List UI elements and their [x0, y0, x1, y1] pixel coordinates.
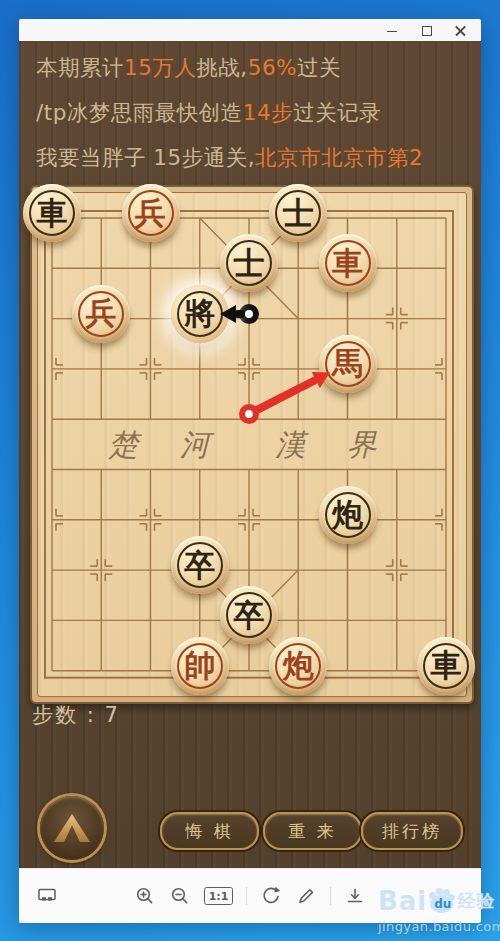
- piece-炮-black[interactable]: 炮: [319, 486, 377, 544]
- banner-segment: 56%: [248, 55, 297, 80]
- close-icon[interactable]: [454, 24, 467, 37]
- piece-glyph: 車: [332, 248, 363, 279]
- xiangqi-board[interactable]: 楚 河 漢 界 車兵士士車兵將馬炮卒卒帥炮車: [30, 185, 474, 704]
- zoom-out-icon[interactable]: [169, 885, 191, 907]
- piece-士-black[interactable]: 士: [220, 234, 278, 292]
- piece-車-black[interactable]: 車: [417, 637, 475, 695]
- upgrade-button[interactable]: [40, 796, 104, 860]
- challenge-banner: 本期累计15万人挑战,56%过关/tp冰梦思雨最快创造14步过关记录我要当胖子 …: [36, 45, 473, 180]
- piece-glyph: 卒: [234, 600, 265, 631]
- game-screen: 本期累计15万人挑战,56%过关/tp冰梦思雨最快创造14步过关记录我要当胖子 …: [19, 41, 481, 868]
- banner-segment: 14步: [243, 100, 293, 125]
- banner-segment: 过关记录: [293, 100, 381, 125]
- piece-glyph: 炮: [332, 499, 363, 530]
- minimize-icon[interactable]: [386, 24, 399, 37]
- banner-segment: 挑战,: [196, 55, 247, 80]
- piece-layer: 車兵士士車兵將馬炮卒卒帥炮車: [32, 187, 472, 702]
- piece-glyph: 車: [37, 198, 68, 229]
- download-icon[interactable]: [344, 885, 366, 907]
- actual-size-icon[interactable]: 1:1: [204, 887, 233, 905]
- piece-士-black[interactable]: 士: [269, 184, 327, 242]
- viewer-toolbar: 1:1: [19, 868, 481, 923]
- piece-glyph: 將: [184, 298, 215, 329]
- piece-glyph: 帥: [184, 650, 215, 681]
- banner-segment: 本期累计: [36, 55, 124, 80]
- piece-glyph: 兵: [86, 298, 117, 329]
- piece-glyph: 兵: [135, 198, 166, 229]
- piece-兵-red[interactable]: 兵: [122, 184, 180, 242]
- zoom-in-icon[interactable]: [134, 885, 156, 907]
- banner-line: /tp冰梦思雨最快创造14步过关记录: [36, 90, 473, 135]
- piece-車-black[interactable]: 車: [23, 184, 81, 242]
- piece-glyph: 士: [283, 198, 314, 229]
- piece-glyph: 炮: [283, 650, 314, 681]
- piece-卒-black[interactable]: 卒: [171, 536, 229, 594]
- banner-line: 我要当胖子 15步通关,北京市北京市第2: [36, 135, 473, 180]
- piece-glyph: 士: [234, 248, 265, 279]
- piece-卒-black[interactable]: 卒: [220, 586, 278, 644]
- piece-將-black[interactable]: 將: [171, 285, 229, 343]
- maximize-icon[interactable]: [420, 24, 433, 37]
- piece-glyph: 車: [431, 650, 462, 681]
- rotate-icon[interactable]: [260, 885, 282, 907]
- step-counter: 步数 : 7: [32, 701, 120, 729]
- app-window: 本期累计15万人挑战,56%过关/tp冰梦思雨最快创造14步过关记录我要当胖子 …: [19, 19, 481, 922]
- banner-segment: 北京市北京市第2: [255, 145, 423, 170]
- piece-車-red[interactable]: 車: [319, 234, 377, 292]
- display-icon[interactable]: [36, 885, 58, 907]
- banner-segment: 我要当胖子 15步通关,: [36, 145, 255, 170]
- piece-兵-red[interactable]: 兵: [72, 285, 130, 343]
- piece-炮-red[interactable]: 炮: [269, 637, 327, 695]
- restart-button[interactable]: 重 来: [263, 812, 362, 850]
- banner-segment: 15万人: [124, 55, 196, 80]
- banner-segment: 过关: [297, 55, 341, 80]
- window-controls: [386, 19, 467, 41]
- piece-glyph: 卒: [184, 550, 215, 581]
- toolbar-separator: [246, 887, 247, 905]
- undo-button[interactable]: 悔 棋: [160, 812, 259, 850]
- toolbar-separator: [330, 887, 331, 905]
- banner-line: 本期累计15万人挑战,56%过关: [36, 45, 473, 90]
- window-titlebar: [19, 19, 481, 41]
- piece-glyph: 馬: [332, 348, 363, 379]
- desktop-background: { "game": "xiangqi", "window": { "contro…: [0, 0, 500, 941]
- pencil-icon[interactable]: [295, 885, 317, 907]
- banner-segment: /tp冰梦思雨最快创造: [36, 100, 243, 125]
- piece-帥-red[interactable]: 帥: [171, 637, 229, 695]
- piece-馬-red[interactable]: 馬: [319, 335, 377, 393]
- toolbar-center-group: 1:1: [134, 885, 366, 907]
- up-arrow-icon: [54, 814, 90, 842]
- leaderboard-button[interactable]: 排行榜: [361, 812, 463, 850]
